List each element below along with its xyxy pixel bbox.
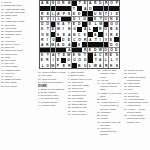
- black-square: [82, 42, 87, 47]
- grid-cell: E: [45, 11, 50, 16]
- grid-cell: A: [51, 53, 56, 58]
- cell-letter: B: [110, 27, 112, 31]
- grid-cell: T: [56, 53, 61, 58]
- cell-letter: A: [84, 7, 86, 11]
- black-square: [77, 27, 82, 32]
- grid-cell: R: [104, 53, 109, 58]
- clue-item: 53. Peril at sea: [1, 84, 37, 87]
- cell-letter: K: [110, 64, 112, 68]
- clue-column-2: 7. Stray animal8. Tart to a fault9. Came…: [68, 71, 96, 149]
- cell-letter: T: [68, 22, 70, 26]
- grid-cell: A: [40, 1, 45, 6]
- cell-letter: O: [115, 43, 118, 47]
- cell-letter: N: [99, 12, 101, 16]
- cell-letter: R: [68, 64, 70, 68]
- black-square: [61, 17, 66, 22]
- cell-letter: E: [115, 27, 117, 31]
- black-square: [45, 6, 50, 11]
- cell-letter: E: [84, 1, 86, 5]
- clue-column-4-list: 50. Ounce of gold53. Cry foul55. Casks a…: [124, 69, 150, 123]
- grid-cell: T: [93, 58, 98, 63]
- grid-cell: M: [51, 42, 56, 47]
- grid-cell: D: [109, 42, 114, 47]
- black-square: [51, 48, 56, 53]
- cell-letter: E: [62, 33, 64, 37]
- grid-cell: W: [93, 63, 98, 68]
- grid-cell: B: [109, 27, 114, 32]
- cell-letter: B: [78, 64, 80, 68]
- cell-letter: A: [99, 64, 101, 68]
- grid-cell: N: [109, 17, 114, 22]
- cell-letter: O: [105, 27, 108, 31]
- cell-letter: S: [94, 17, 96, 21]
- cell-letter: M: [99, 22, 102, 26]
- grid-cell: T: [93, 37, 98, 42]
- grid-cell: D: [72, 17, 77, 22]
- cell-letter: O: [110, 1, 113, 5]
- cell-letter: D: [78, 22, 80, 26]
- cell-letter: L: [57, 17, 59, 21]
- cell-letter: A: [89, 38, 91, 42]
- cell-letter: I: [79, 17, 80, 21]
- grid-cell: A: [93, 32, 98, 37]
- cell-letter: W: [99, 48, 102, 52]
- grid-cell: T: [104, 11, 109, 16]
- cell-letter: G: [83, 17, 86, 21]
- black-square: [66, 6, 71, 11]
- clue-column-3: 45. "Yeah" or "but" follower, in the par…: [97, 69, 122, 149]
- grid-cell: G: [72, 27, 77, 32]
- cell-letter: T: [94, 38, 96, 42]
- cell-letter: E: [115, 12, 117, 16]
- grid-cell: E: [82, 32, 87, 37]
- cell-letter: A: [57, 43, 59, 47]
- cell-letter: O: [78, 38, 81, 42]
- black-square: [98, 6, 103, 11]
- grid-cell: A: [88, 37, 93, 42]
- cell-letter: T: [100, 17, 102, 21]
- grid-cell: L: [56, 17, 61, 22]
- grid-cell: N: [72, 32, 77, 37]
- cell-letter: O: [73, 59, 76, 63]
- cell-letter: T: [105, 12, 107, 16]
- cell-letter: O: [41, 33, 44, 37]
- cell-letter: D: [89, 7, 91, 11]
- grid-cell: G: [66, 58, 71, 63]
- cell-letter: I: [100, 38, 101, 42]
- cell-letter: W: [94, 64, 97, 68]
- black-square: [40, 48, 45, 53]
- cell-letter: A: [68, 48, 70, 52]
- grid-cell: I: [51, 17, 56, 22]
- grid-cell: D: [114, 48, 119, 53]
- grid-cell: T: [77, 1, 82, 6]
- grid-cell: S: [114, 53, 119, 58]
- cell-letter: N: [68, 27, 70, 31]
- black-square: [98, 32, 103, 37]
- grid-cell: E: [72, 53, 77, 58]
- cell-letter: A: [68, 43, 70, 47]
- cell-letter: A: [62, 22, 64, 26]
- black-square: [66, 17, 71, 22]
- cell-letter: E: [62, 53, 64, 57]
- grid-cell: S: [114, 63, 119, 68]
- cell-letter: G: [110, 22, 113, 26]
- cell-letter: M: [67, 53, 70, 57]
- grid-cell: A: [40, 42, 45, 47]
- grid-cell: T: [82, 53, 87, 58]
- grid-cell: L: [93, 22, 98, 27]
- grid-cell: O: [104, 17, 109, 22]
- grid-cell: D: [93, 48, 98, 53]
- cell-letter: O: [115, 22, 118, 26]
- cell-letter: S: [78, 43, 80, 47]
- cell-letter: R: [84, 38, 86, 42]
- grid-cell: O: [51, 37, 56, 42]
- black-square: [88, 53, 93, 58]
- grid-cell: O: [109, 48, 114, 53]
- cell-letter: D: [115, 48, 117, 52]
- cell-letter: W: [57, 27, 60, 31]
- clue-column-4: 50. Ounce of gold53. Cry foul55. Casks a…: [124, 69, 150, 149]
- cell-letter: S: [57, 33, 59, 37]
- grid-cell: P: [114, 1, 119, 6]
- grid-cell: N: [66, 27, 71, 32]
- across-clues-column: 1. Gulf st.5. Tosses and turns10. Hasty …: [1, 1, 37, 149]
- black-square: [77, 6, 82, 11]
- cell-letter: N: [110, 17, 112, 21]
- grid-cell: E: [66, 37, 71, 42]
- grid-cell: U: [82, 63, 87, 68]
- cell-letter: T: [73, 7, 75, 11]
- black-square: [114, 37, 119, 42]
- grid-cell: L: [109, 58, 114, 63]
- cell-letter: M: [52, 43, 55, 47]
- cell-letter: T: [47, 27, 49, 31]
- grid-cell: G: [82, 17, 87, 22]
- grid-cell: E: [72, 11, 77, 16]
- grid-cell: D: [40, 22, 45, 27]
- cell-letter: U: [94, 12, 96, 16]
- grid-cell: O: [109, 1, 114, 6]
- grid-cell: E: [61, 63, 66, 68]
- cell-letter: E: [52, 27, 54, 31]
- cell-letter: E: [73, 22, 75, 26]
- clue-item: 6. Aroma of note: [38, 103, 66, 106]
- cell-letter: T: [47, 53, 49, 57]
- cell-letter: A: [94, 53, 96, 57]
- cell-letter: O: [46, 22, 49, 26]
- cell-letter: N: [46, 33, 48, 37]
- cell-letter: L: [52, 12, 54, 16]
- grid-cell: I: [104, 32, 109, 37]
- cell-letter: A: [68, 33, 70, 37]
- clue-item: 47. Very different vibe, dancing with th…: [97, 82, 122, 92]
- grid-cell: P: [61, 11, 66, 16]
- cell-letter: B: [68, 1, 70, 5]
- across-clues-list: 1. Gulf st.5. Tosses and turns10. Hasty …: [1, 1, 37, 87]
- grid-cell: E: [88, 48, 93, 53]
- cell-letter: L: [110, 59, 112, 63]
- cell-letter: E: [110, 53, 112, 57]
- black-square: [104, 6, 109, 11]
- grid-cell: O: [114, 42, 119, 47]
- grid-cell: M: [98, 22, 103, 27]
- cell-letter: O: [78, 59, 81, 63]
- black-square: [61, 6, 66, 11]
- grid-cell: I: [98, 37, 103, 42]
- grid-cell: I: [109, 11, 114, 16]
- grid-cell: L: [51, 11, 56, 16]
- grid-cell: M: [51, 63, 56, 68]
- grid-cell: E: [51, 27, 56, 32]
- cell-letter: E: [73, 53, 75, 57]
- black-square: [45, 48, 50, 53]
- grid-cell: S: [51, 1, 56, 6]
- cell-letter: B: [46, 1, 48, 5]
- grid-cell: I: [61, 27, 66, 32]
- black-square: [77, 48, 82, 53]
- grid-cell: A: [66, 48, 71, 53]
- grid-cell: D: [88, 6, 93, 11]
- grid-cell: E: [72, 22, 77, 27]
- cell-letter: A: [99, 59, 101, 63]
- black-square: [114, 6, 119, 11]
- grid-cell: D: [77, 11, 82, 16]
- cell-letter: N: [73, 33, 75, 37]
- grid-cell: E: [109, 53, 114, 58]
- grid-cell: E: [61, 32, 66, 37]
- cell-letter: D: [99, 1, 101, 5]
- grid-cell: W: [56, 27, 61, 32]
- cell-letter: T: [94, 59, 96, 63]
- black-square: [93, 27, 98, 32]
- cell-letter: O: [46, 64, 49, 68]
- cell-letter: R: [84, 48, 86, 52]
- grid-cell: A: [56, 11, 61, 16]
- cell-letter: R: [46, 43, 48, 47]
- black-square: [88, 11, 93, 16]
- grid-cell: O: [77, 58, 82, 63]
- cell-letter: E: [84, 33, 86, 37]
- grid-cell: R: [40, 37, 45, 42]
- grid-cell: E: [82, 1, 87, 6]
- grid-cell: E: [109, 37, 114, 42]
- cell-letter: N: [57, 22, 59, 26]
- black-square: [93, 6, 98, 11]
- cell-letter: S: [41, 27, 43, 31]
- grid-cell: N: [77, 53, 82, 58]
- cell-letter: D: [84, 59, 86, 63]
- grid-cell: R: [98, 27, 103, 32]
- grid-cell: C: [77, 32, 82, 37]
- cell-letter: A: [94, 33, 96, 37]
- cell-letter: I: [105, 33, 106, 37]
- grid-cell: T: [98, 17, 103, 22]
- cell-letter: R: [41, 38, 43, 42]
- black-square: [51, 32, 56, 37]
- cell-letter: O: [52, 38, 55, 42]
- black-square: [72, 42, 77, 47]
- cell-letter: G: [68, 59, 71, 63]
- cell-letter: Y: [115, 59, 117, 63]
- grid-cell: O: [56, 1, 61, 6]
- grid-cell: R: [61, 1, 66, 6]
- grid-cell: A: [66, 32, 71, 37]
- black-square: [104, 42, 109, 47]
- grid-cell: R: [45, 58, 50, 63]
- cell-letter: L: [89, 64, 91, 68]
- grid-cell: O: [104, 27, 109, 32]
- grid-cell: A: [88, 1, 93, 6]
- grid-cell: L: [88, 63, 93, 68]
- cell-letter: O: [57, 1, 60, 5]
- grid-cell: A: [93, 53, 98, 58]
- cell-letter: E: [89, 22, 91, 26]
- cell-letter: E: [110, 38, 112, 42]
- clue-column-3-list: 45. "Yeah" or "but" follower, in the par…: [97, 69, 122, 136]
- cell-letter: E: [73, 12, 75, 16]
- black-square: [51, 22, 56, 27]
- cell-letter: I: [111, 12, 112, 16]
- clue-item: 45. "Yeah" or "but" follower, in the par…: [97, 69, 122, 79]
- grid-cell: D: [98, 1, 103, 6]
- grid-cell: S: [77, 42, 82, 47]
- cell-letter: O: [105, 48, 108, 52]
- cell-letter: D: [110, 43, 112, 47]
- cell-letter: A: [84, 27, 86, 31]
- grid-cell: L: [104, 58, 109, 63]
- clue-column-2-list: 7. Stray animal8. Tart to a fault9. Came…: [68, 71, 96, 116]
- grid-cell: L: [88, 27, 93, 32]
- grid-cell: R: [45, 42, 50, 47]
- grid-cell: O: [114, 22, 119, 27]
- black-square: [56, 48, 61, 53]
- cell-letter: I: [53, 17, 54, 21]
- grid-cell: P: [56, 63, 61, 68]
- grid-cell: U: [93, 11, 98, 16]
- grid-cell: C: [98, 53, 103, 58]
- cell-letter: D: [62, 43, 64, 47]
- cell-letter: E: [115, 33, 117, 37]
- grid-cell: N: [98, 11, 103, 16]
- grid-cell: D: [82, 58, 87, 63]
- black-square: [56, 37, 61, 42]
- grid-cell: R: [82, 37, 87, 42]
- cell-letter: E: [47, 12, 49, 16]
- cell-letter: A: [52, 53, 54, 57]
- cell-letter: L: [94, 22, 96, 26]
- grid-cell: O: [72, 58, 77, 63]
- grid-cell: D: [61, 42, 66, 47]
- cell-letter: T: [78, 1, 80, 5]
- cell-letter: R: [105, 53, 107, 57]
- grid-cell: B: [77, 63, 82, 68]
- cell-letter: A: [89, 1, 91, 5]
- cell-letter: E: [89, 48, 91, 52]
- black-square: [88, 32, 93, 37]
- black-square: [56, 6, 61, 11]
- black-square: [40, 6, 45, 11]
- cell-letter: R: [41, 12, 43, 16]
- grid-cell: A: [98, 58, 103, 63]
- black-square: [82, 22, 87, 27]
- cell-letter: R: [46, 59, 48, 63]
- clue-item: 72. "A great swing behind the grass gard…: [124, 114, 150, 124]
- cell-letter: D: [73, 17, 75, 21]
- grid-cell: E: [88, 22, 93, 27]
- cell-letter: S: [68, 12, 70, 16]
- black-square: [72, 1, 77, 6]
- clue-item: 30. Keen of mind: [68, 113, 96, 116]
- black-square: [88, 17, 93, 22]
- crossword-grid: ABSORBTEARDROPTADRELAPSEDUNTIEEVILDIGSTO…: [39, 0, 120, 69]
- cell-letter: E: [115, 17, 117, 21]
- cell-letter: E: [68, 38, 70, 42]
- grid-cell: R: [109, 32, 114, 37]
- grid-cell: Y: [114, 58, 119, 63]
- clue-item: 54. Hums that look it in, frozen turns a…: [97, 101, 122, 111]
- grid-cell: E: [40, 58, 45, 63]
- grid-cell: S: [66, 11, 71, 16]
- cell-letter: P: [115, 1, 117, 5]
- grid-cell: I: [51, 58, 56, 63]
- cell-letter: A: [41, 1, 43, 5]
- grid-cell: B: [45, 1, 50, 6]
- clue-column-1: 67. Wind on many a coast69. Tidy sum71. …: [38, 71, 66, 149]
- grid-cell: O: [45, 22, 50, 27]
- cell-letter: I: [47, 38, 48, 42]
- grid-cell: N: [56, 22, 61, 27]
- cell-letter: D: [94, 48, 96, 52]
- black-square: [72, 63, 77, 68]
- black-square: [72, 48, 77, 53]
- black-square: [61, 58, 66, 63]
- grid-cell: T: [45, 53, 50, 58]
- cell-letter: S: [115, 53, 117, 57]
- clue-item: 64. Part of a homemade silk sweater: [97, 127, 122, 137]
- cell-letter: I: [63, 27, 64, 31]
- grid-cell: S: [56, 32, 61, 37]
- cell-letter: I: [53, 59, 54, 63]
- grid-cell: L: [40, 63, 45, 68]
- cell-letter: N: [78, 53, 80, 57]
- cell-letter: E: [41, 17, 43, 21]
- grid-cell: T: [72, 6, 77, 11]
- cell-letter: L: [89, 27, 91, 31]
- grid-cell: T: [45, 27, 50, 32]
- grid-cell: A: [56, 42, 61, 47]
- grid-cell: A: [82, 6, 87, 11]
- cell-letter: R: [62, 1, 64, 5]
- grid-cell: G: [109, 22, 114, 27]
- grid-cell: O: [104, 48, 109, 53]
- cell-letter: S: [41, 53, 43, 57]
- cell-letter: O: [110, 48, 113, 52]
- grid-cell: E: [114, 11, 119, 16]
- grid-cell: V: [45, 17, 50, 22]
- grid-cell: R: [104, 1, 109, 6]
- cell-letter: R: [105, 64, 107, 68]
- black-square: [82, 11, 87, 16]
- grid-cell: R: [93, 1, 98, 6]
- grid-cell: R: [104, 63, 109, 68]
- cell-letter: L: [41, 64, 43, 68]
- black-square: [88, 42, 93, 47]
- grid-cell: B: [66, 1, 71, 6]
- cell-letter: E: [57, 59, 59, 63]
- grid-cell: I: [77, 17, 82, 22]
